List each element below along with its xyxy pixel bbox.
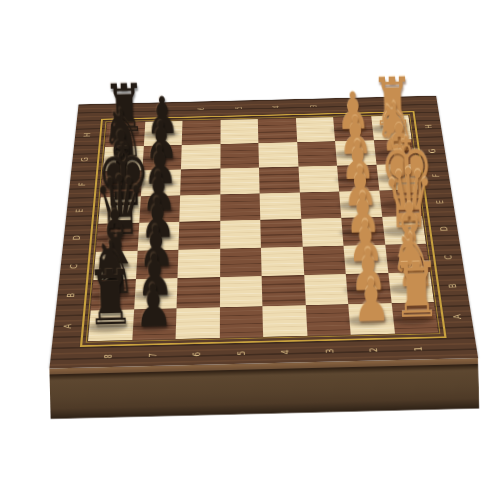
coord-far-6: 6: [197, 107, 205, 110]
coord-left-G: G: [80, 157, 89, 161]
piece-layer: ♜♞♝♛♚♝♞♜♟♟♟♟♟♟♟♟♟♟♟♟♟♟♟♟♜♞♝♛♚♝♞♜: [49, 96, 478, 369]
coord-far-1: 1: [384, 103, 393, 106]
coord-far-3: 3: [309, 105, 317, 108]
coord-right-H: H: [424, 125, 433, 129]
scene: 8765432187654321ABCDEFGHABCDEFGH ♜♞♝♛♚♝♞…: [0, 0, 500, 500]
coord-far-8: 8: [123, 109, 132, 112]
white-rook[interactable]: ♜: [391, 253, 438, 330]
coord-right-E: E: [435, 200, 444, 204]
coord-left-F: F: [78, 183, 87, 187]
photo-tilt-wrapper: 8765432187654321ABCDEFGHABCDEFGH ♜♞♝♛♚♝♞…: [0, 0, 500, 500]
box-front-face: [49, 358, 479, 419]
coord-far-4: 4: [272, 105, 280, 108]
coord-left-E: E: [75, 209, 84, 213]
coord-far-5: 5: [235, 106, 243, 109]
coord-left-H: H: [83, 133, 92, 137]
black-rook[interactable]: ♜: [86, 260, 133, 337]
board-lid-top: 8765432187654321ABCDEFGHABCDEFGH ♜♞♝♛♚♝♞…: [49, 96, 478, 369]
chess-box: 8765432187654321ABCDEFGHABCDEFGH ♜♞♝♛♚♝♞…: [49, 96, 478, 369]
black-pawn[interactable]: ♟: [130, 276, 177, 336]
coord-far-2: 2: [347, 104, 356, 107]
white-pawn[interactable]: ♟: [348, 271, 395, 331]
coord-far-7: 7: [160, 108, 168, 111]
